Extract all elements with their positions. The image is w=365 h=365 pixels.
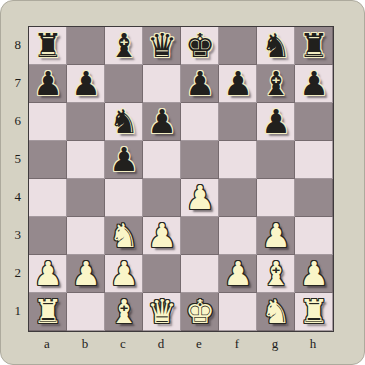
black-pawn-d6[interactable]: ♟ <box>143 103 181 141</box>
white-rook-h1[interactable]: ♜ <box>295 293 333 331</box>
square-h4[interactable] <box>295 179 333 217</box>
square-d5[interactable] <box>143 141 181 179</box>
square-h1[interactable]: ♜ <box>295 293 333 331</box>
square-a4[interactable] <box>29 179 67 217</box>
file-label-g: g <box>256 332 294 356</box>
black-pawn-h7[interactable]: ♟ <box>295 65 333 103</box>
black-pawn-a7[interactable]: ♟ <box>29 65 67 103</box>
square-f5[interactable] <box>219 141 257 179</box>
square-e7[interactable]: ♟ <box>181 65 219 103</box>
white-queen-d1[interactable]: ♛ <box>143 293 181 331</box>
square-g4[interactable] <box>257 179 295 217</box>
white-pawn-h2[interactable]: ♟ <box>295 255 333 293</box>
square-b3[interactable] <box>67 217 105 255</box>
black-bishop-g7[interactable]: ♝ <box>257 65 295 103</box>
black-knight-g8[interactable]: ♞ <box>257 27 295 65</box>
black-rook-h8[interactable]: ♜ <box>295 27 333 65</box>
file-labels: abcdefgh <box>28 332 332 356</box>
rank-label-4: 4 <box>1 178 23 216</box>
square-e3[interactable] <box>181 217 219 255</box>
rank-label-3: 3 <box>1 216 23 254</box>
white-pawn-e4[interactable]: ♟ <box>181 179 219 217</box>
black-pawn-g6[interactable]: ♟ <box>257 103 295 141</box>
square-d7[interactable] <box>143 65 181 103</box>
file-label-e: e <box>180 332 218 356</box>
square-a3[interactable] <box>29 217 67 255</box>
square-c3[interactable]: ♞ <box>105 217 143 255</box>
file-label-c: c <box>104 332 142 356</box>
square-c4[interactable] <box>105 179 143 217</box>
chessboard-panel: 87654321 ♜♝♛♚♞♜♟♟♟♟♝♟♞♟♟♟♟♞♟♟♟♟♟♟♝♟♜♝♛♚♞… <box>0 0 365 365</box>
white-bishop-g2[interactable]: ♝ <box>257 255 295 293</box>
square-b4[interactable] <box>67 179 105 217</box>
square-e4[interactable]: ♟ <box>181 179 219 217</box>
file-label-h: h <box>294 332 332 356</box>
square-g2[interactable]: ♝ <box>257 255 295 293</box>
square-d3[interactable]: ♟ <box>143 217 181 255</box>
rank-label-5: 5 <box>1 140 23 178</box>
square-e1[interactable]: ♚ <box>181 293 219 331</box>
square-b2[interactable]: ♟ <box>67 255 105 293</box>
square-b5[interactable] <box>67 141 105 179</box>
square-f1[interactable] <box>219 293 257 331</box>
rank-label-1: 1 <box>1 292 23 330</box>
square-d1[interactable]: ♛ <box>143 293 181 331</box>
square-a7[interactable]: ♟ <box>29 65 67 103</box>
rank-label-7: 7 <box>1 64 23 102</box>
square-g7[interactable]: ♝ <box>257 65 295 103</box>
square-h6[interactable] <box>295 103 333 141</box>
square-a8[interactable]: ♜ <box>29 27 67 65</box>
square-f6[interactable] <box>219 103 257 141</box>
square-f3[interactable] <box>219 217 257 255</box>
square-g1[interactable]: ♞ <box>257 293 295 331</box>
square-b8[interactable] <box>67 27 105 65</box>
square-c5[interactable]: ♟ <box>105 141 143 179</box>
black-pawn-f7[interactable]: ♟ <box>219 65 257 103</box>
square-h5[interactable] <box>295 141 333 179</box>
square-a1[interactable]: ♜ <box>29 293 67 331</box>
square-f2[interactable]: ♟ <box>219 255 257 293</box>
file-label-b: b <box>66 332 104 356</box>
white-pawn-c2[interactable]: ♟ <box>105 255 143 293</box>
white-knight-g1[interactable]: ♞ <box>257 293 295 331</box>
chess-board: ♜♝♛♚♞♜♟♟♟♟♝♟♞♟♟♟♟♞♟♟♟♟♟♟♝♟♜♝♛♚♞♜ <box>28 26 334 332</box>
square-b7[interactable]: ♟ <box>67 65 105 103</box>
square-e5[interactable] <box>181 141 219 179</box>
rank-label-2: 2 <box>1 254 23 292</box>
square-g8[interactable]: ♞ <box>257 27 295 65</box>
white-pawn-a2[interactable]: ♟ <box>29 255 67 293</box>
square-c2[interactable]: ♟ <box>105 255 143 293</box>
black-queen-d8[interactable]: ♛ <box>143 27 181 65</box>
square-a5[interactable] <box>29 141 67 179</box>
square-b6[interactable] <box>67 103 105 141</box>
square-d8[interactable]: ♛ <box>143 27 181 65</box>
white-king-e1[interactable]: ♚ <box>181 293 219 331</box>
rank-label-8: 8 <box>1 26 23 64</box>
white-knight-c3[interactable]: ♞ <box>105 217 143 255</box>
black-rook-a8[interactable]: ♜ <box>29 27 67 65</box>
white-pawn-b2[interactable]: ♟ <box>67 255 105 293</box>
square-e2[interactable] <box>181 255 219 293</box>
square-c8[interactable]: ♝ <box>105 27 143 65</box>
square-c7[interactable] <box>105 65 143 103</box>
rank-label-6: 6 <box>1 102 23 140</box>
black-pawn-b7[interactable]: ♟ <box>67 65 105 103</box>
square-g6[interactable]: ♟ <box>257 103 295 141</box>
square-c6[interactable]: ♞ <box>105 103 143 141</box>
black-pawn-e7[interactable]: ♟ <box>181 65 219 103</box>
black-bishop-c8[interactable]: ♝ <box>105 27 143 65</box>
file-label-f: f <box>218 332 256 356</box>
square-b1[interactable] <box>67 293 105 331</box>
white-pawn-f2[interactable]: ♟ <box>219 255 257 293</box>
file-label-a: a <box>28 332 66 356</box>
square-f4[interactable] <box>219 179 257 217</box>
square-g5[interactable] <box>257 141 295 179</box>
square-c1[interactable]: ♝ <box>105 293 143 331</box>
white-pawn-g3[interactable]: ♟ <box>257 217 295 255</box>
file-label-d: d <box>142 332 180 356</box>
square-d6[interactable]: ♟ <box>143 103 181 141</box>
square-h7[interactable]: ♟ <box>295 65 333 103</box>
square-h8[interactable]: ♜ <box>295 27 333 65</box>
square-a2[interactable]: ♟ <box>29 255 67 293</box>
square-e6[interactable] <box>181 103 219 141</box>
black-pawn-c5[interactable]: ♟ <box>105 141 143 179</box>
square-f7[interactable]: ♟ <box>219 65 257 103</box>
square-d4[interactable] <box>143 179 181 217</box>
black-king-e8[interactable]: ♚ <box>181 27 219 65</box>
square-a6[interactable] <box>29 103 67 141</box>
square-h3[interactable] <box>295 217 333 255</box>
square-g3[interactable]: ♟ <box>257 217 295 255</box>
square-d2[interactable] <box>143 255 181 293</box>
white-rook-a1[interactable]: ♜ <box>29 293 67 331</box>
black-knight-c6[interactable]: ♞ <box>105 103 143 141</box>
square-h2[interactable]: ♟ <box>295 255 333 293</box>
white-pawn-d3[interactable]: ♟ <box>143 217 181 255</box>
square-f8[interactable] <box>219 27 257 65</box>
square-e8[interactable]: ♚ <box>181 27 219 65</box>
white-bishop-c1[interactable]: ♝ <box>105 293 143 331</box>
rank-labels: 87654321 <box>1 26 23 330</box>
